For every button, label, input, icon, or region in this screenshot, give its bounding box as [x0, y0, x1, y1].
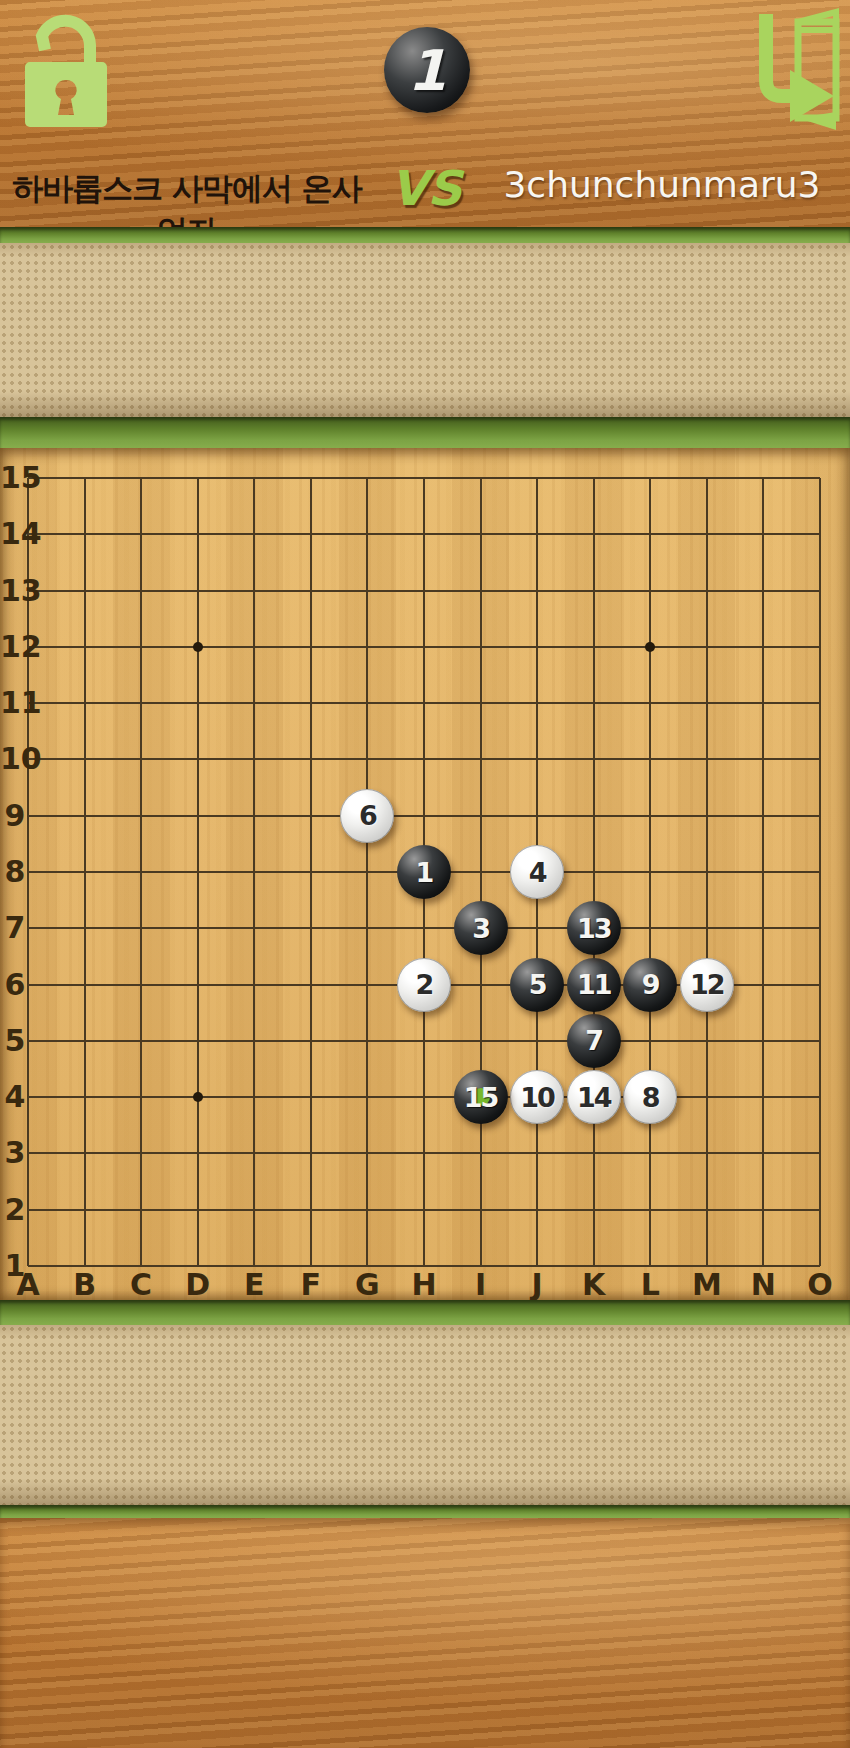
col-label-J: J	[517, 1268, 557, 1302]
stone-move-11-black-K6: 11	[567, 958, 621, 1012]
stone-move-2-white-H6: 2	[397, 958, 451, 1012]
grid-line-col-E	[253, 478, 255, 1266]
exit-game-button[interactable]	[742, 8, 844, 134]
stone-move-6-white-G9: 6	[340, 789, 394, 843]
stone-move-10-white-J4: 10	[510, 1070, 564, 1124]
row-label-7: 7	[0, 911, 30, 945]
row-label-9: 9	[0, 799, 30, 833]
stone-move-3-black-I7: 3	[454, 901, 508, 955]
unlock-button[interactable]	[14, 12, 118, 132]
row-label-5: 5	[0, 1024, 30, 1058]
stone-move-number: 7	[567, 1014, 621, 1068]
background-band-bottom	[0, 1325, 850, 1505]
stone-move-number: 9	[623, 958, 677, 1012]
turn-indicator-number: 1	[384, 27, 470, 113]
stone-move-number: 10	[510, 1070, 564, 1124]
grid-line-col-I	[480, 478, 482, 1266]
col-label-N: N	[743, 1268, 783, 1302]
col-label-A: A	[8, 1268, 48, 1302]
grid-line-col-F	[310, 478, 312, 1266]
col-label-I: I	[461, 1268, 501, 1302]
gomoku-replay-screen: 1 하바롭스크 사막에서 온사업자 VS 3chunchunmaru3 1514…	[0, 0, 850, 1748]
star-point-D12	[193, 642, 203, 652]
stone-move-7-black-K5: 7	[567, 1014, 621, 1068]
grid-line-col-M	[706, 478, 708, 1266]
exit-door-arrow-icon	[742, 8, 844, 134]
stone-move-number: 5	[510, 958, 564, 1012]
grid-line-col-K	[593, 478, 595, 1266]
grid-line-col-C	[140, 478, 142, 1266]
stone-move-number: 13	[567, 901, 621, 955]
open-lock-icon	[14, 12, 118, 132]
row-label-10: 10	[0, 742, 30, 776]
grid-line-col-N	[762, 478, 764, 1266]
row-label-13: 13	[0, 574, 30, 608]
background-band-top	[0, 243, 850, 417]
col-label-K: K	[574, 1268, 614, 1302]
stone-move-number: 4	[510, 845, 564, 899]
row-label-6: 6	[0, 968, 30, 1002]
stone-move-13-black-K7: 13	[567, 901, 621, 955]
col-label-O: O	[800, 1268, 840, 1302]
col-label-M: M	[687, 1268, 727, 1302]
row-label-2: 2	[0, 1193, 30, 1227]
stone-move-number: 11	[567, 958, 621, 1012]
col-label-H: H	[404, 1268, 444, 1302]
stone-move-8-white-L4: 8	[623, 1070, 677, 1124]
stone-move-number: 6	[340, 789, 394, 843]
star-point-D4	[193, 1092, 203, 1102]
players-row: 하바롭스크 사막에서 온사업자 VS 3chunchunmaru3	[0, 160, 850, 220]
stone-move-number: 8	[623, 1070, 677, 1124]
stone-move-14-white-K4: 14	[567, 1070, 621, 1124]
grid-line-col-G	[366, 478, 368, 1266]
stone-move-9-black-L6: 9	[623, 958, 677, 1012]
row-label-8: 8	[0, 855, 30, 889]
col-label-C: C	[121, 1268, 161, 1302]
row-label-14: 14	[0, 517, 30, 551]
divider-strip-bottom	[0, 1505, 850, 1518]
col-label-E: E	[234, 1268, 274, 1302]
stone-move-5-black-J6: 5	[510, 958, 564, 1012]
col-label-F: F	[291, 1268, 331, 1302]
col-label-B: B	[65, 1268, 105, 1302]
col-label-L: L	[630, 1268, 670, 1302]
turn-indicator-stone: 1	[384, 27, 470, 113]
col-label-D: D	[178, 1268, 218, 1302]
stone-move-number: 14	[567, 1070, 621, 1124]
stone-move-number: 15	[454, 1070, 508, 1124]
stone-move-1-black-H8: 1	[397, 845, 451, 899]
board-frame-top	[0, 417, 850, 448]
stone-move-15-black-I4: 15	[454, 1070, 508, 1124]
stone-move-number: 3	[454, 901, 508, 955]
header-bar: 1 하바롭스크 사막에서 온사업자 VS 3chunchunmaru3	[0, 0, 850, 227]
board-frame-bottom	[0, 1300, 850, 1325]
row-label-12: 12	[0, 630, 30, 664]
gomoku-board[interactable]: 151413121110987654321ABCDEFGHIJKLMNO1234…	[0, 448, 850, 1300]
vs-label: VS	[378, 160, 474, 216]
stone-move-12-white-M6: 12	[680, 958, 734, 1012]
row-label-3: 3	[0, 1136, 30, 1170]
stone-move-number: 2	[397, 958, 451, 1012]
stone-move-number: 1	[397, 845, 451, 899]
player-white-name: 3chunchunmaru3	[478, 164, 846, 205]
row-label-15: 15	[0, 461, 30, 495]
row-label-11: 11	[0, 686, 30, 720]
stone-move-number: 12	[680, 958, 734, 1012]
stone-move-4-white-J8: 4	[510, 845, 564, 899]
star-point-L12	[645, 642, 655, 652]
grid-line-col-B	[84, 478, 86, 1266]
replay-nav-bar: 15/22	[0, 1518, 850, 1748]
row-label-4: 4	[0, 1080, 30, 1114]
divider-strip	[0, 227, 850, 243]
grid-line-col-D	[197, 478, 199, 1266]
grid-line-col-L	[649, 478, 651, 1266]
col-label-G: G	[347, 1268, 387, 1302]
grid-line-col-O	[819, 478, 821, 1266]
